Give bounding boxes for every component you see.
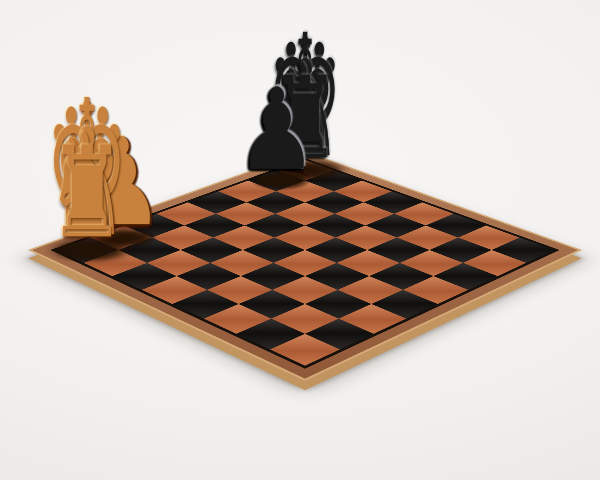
pieces-layer: ♜♞♝♛♚♝♞♜♟♟♟♟♟♟♟♟♟♟♟♟♟♟♟♟♜♞♝♛♚♝♞♜ [0,0,600,480]
studio-backdrop: ♜♞♝♛♚♝♞♜♟♟♟♟♟♟♟♟♟♟♟♟♟♟♟♟♜♞♝♛♚♝♞♜ [0,0,600,480]
